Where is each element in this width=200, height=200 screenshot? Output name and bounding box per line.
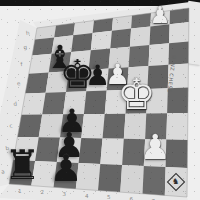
square-b6 — [122, 139, 145, 166]
square-f2 — [49, 52, 71, 73]
square-e3 — [66, 70, 89, 92]
square-f6 — [129, 45, 150, 67]
rank-label-7: 7 — [152, 198, 156, 200]
square-a1 — [9, 160, 35, 186]
square-f1 — [29, 54, 52, 74]
square-a2 — [31, 161, 57, 187]
square-c3 — [60, 114, 84, 138]
square-e1 — [25, 73, 49, 94]
square-d6 — [126, 89, 148, 114]
square-a4 — [76, 163, 101, 191]
rank-label-8: 8 — [174, 199, 178, 200]
rank-label-2: 2 — [40, 189, 44, 195]
square-e4 — [86, 69, 108, 92]
square-a5 — [98, 164, 122, 192]
square-c8 — [166, 113, 188, 140]
square-a3 — [54, 162, 79, 189]
square-f4 — [89, 49, 111, 70]
square-c5 — [103, 114, 126, 139]
square-e5 — [107, 67, 129, 90]
square-g6 — [130, 26, 151, 46]
rank-label-3: 3 — [63, 191, 67, 197]
square-f7 — [149, 43, 170, 66]
square-g2 — [52, 35, 74, 54]
square-b3 — [57, 138, 82, 163]
rank-label-1: 1 — [18, 188, 22, 194]
square-g1 — [32, 37, 54, 55]
chessboard: hgfedcba12345678 — [0, 0, 200, 200]
square-g8 — [169, 22, 189, 43]
rank-label-4: 4 — [85, 193, 89, 199]
rank-label-6: 6 — [129, 196, 133, 200]
square-b1 — [13, 137, 38, 161]
square-d7 — [146, 88, 168, 113]
square-c7 — [145, 113, 167, 139]
photo-frame: hgfedcba12345678 ♟♝♚♟♟♚♟♟♟♟♜ © NZ CHESS … — [0, 0, 200, 200]
rank-label-5: 5 — [107, 194, 111, 200]
square-b8 — [166, 140, 188, 168]
square-e7 — [147, 65, 168, 89]
square-h8 — [170, 8, 189, 24]
square-g5 — [110, 29, 131, 49]
logo-knight-icon: ♞ — [172, 178, 179, 186]
square-e6 — [127, 66, 148, 90]
square-b2 — [35, 137, 60, 162]
square-d5 — [105, 90, 127, 114]
square-g3 — [71, 33, 92, 52]
square-a6 — [120, 165, 144, 194]
square-c4 — [81, 114, 104, 138]
square-g7 — [150, 24, 170, 45]
square-e2 — [46, 71, 69, 93]
square-d2 — [42, 92, 66, 114]
square-c1 — [18, 115, 43, 138]
square-f3 — [69, 50, 91, 71]
square-b5 — [100, 138, 124, 165]
square-f5 — [109, 47, 130, 69]
square-a7 — [143, 166, 166, 195]
square-c2 — [39, 114, 63, 137]
square-g4 — [91, 31, 112, 51]
square-b7 — [144, 139, 167, 167]
square-c6 — [124, 113, 147, 139]
square-d3 — [63, 91, 86, 114]
square-d4 — [84, 91, 107, 115]
square-b4 — [79, 138, 103, 164]
